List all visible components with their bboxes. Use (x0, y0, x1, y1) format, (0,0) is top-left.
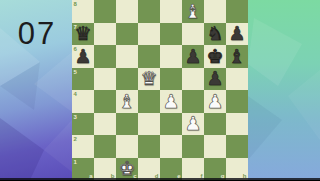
square-e4[interactable]: ♟ (160, 90, 182, 113)
square-d5[interactable]: ♛ (138, 68, 160, 91)
square-h7[interactable]: ♟ (226, 23, 248, 46)
square-b4[interactable] (94, 90, 116, 113)
square-h1[interactable]: h (226, 158, 248, 181)
square-f5[interactable] (182, 68, 204, 91)
square-h3[interactable] (226, 113, 248, 136)
piece-white-bishop-f8: ♝ (184, 2, 201, 21)
square-a7[interactable]: 7♛ (72, 23, 94, 46)
background-right-panel (248, 0, 320, 180)
rank-label-1: 1 (74, 159, 77, 165)
square-d2[interactable] (138, 135, 160, 158)
square-a4[interactable]: 4 (72, 90, 94, 113)
square-c5[interactable] (116, 68, 138, 91)
square-g3[interactable] (204, 113, 226, 136)
square-g5[interactable]: ♟ (204, 68, 226, 91)
piece-white-pawn-f3: ♟ (184, 114, 201, 133)
rank-label-4: 4 (74, 91, 77, 97)
piece-white-queen-d5: ♛ (140, 69, 157, 88)
square-b6[interactable] (94, 45, 116, 68)
square-c2[interactable] (116, 135, 138, 158)
square-b3[interactable] (94, 113, 116, 136)
square-f3[interactable]: ♟ (182, 113, 204, 136)
square-a1[interactable]: 1a (72, 158, 94, 181)
square-g6[interactable]: ♚ (204, 45, 226, 68)
square-d1[interactable]: d (138, 158, 160, 181)
square-d4[interactable] (138, 90, 160, 113)
right-lowpoly-facets (248, 0, 320, 180)
video-frame: 07 8♝7♛♞♟6♟♟♚♝5♛♟4♝♟♟3♟21abc♚defgh (0, 0, 320, 180)
chess-board: 8♝7♛♞♟6♟♟♚♝5♛♟4♝♟♟3♟21abc♚defgh (72, 0, 248, 180)
square-b5[interactable] (94, 68, 116, 91)
square-b7[interactable] (94, 23, 116, 46)
square-b8[interactable] (94, 0, 116, 23)
rank-label-6: 6 (74, 46, 77, 52)
square-e5[interactable] (160, 68, 182, 91)
piece-black-pawn-g5: ♟ (206, 69, 223, 88)
piece-black-bishop-h6: ♝ (228, 47, 245, 66)
square-g8[interactable] (204, 0, 226, 23)
puzzle-number: 07 (11, 18, 63, 49)
square-d7[interactable] (138, 23, 160, 46)
piece-white-pawn-g4: ♟ (206, 92, 223, 111)
square-a6[interactable]: 6♟ (72, 45, 94, 68)
square-c8[interactable] (116, 0, 138, 23)
square-c4[interactable]: ♝ (116, 90, 138, 113)
square-c1[interactable]: c♚ (116, 158, 138, 181)
piece-black-pawn-h7: ♟ (228, 24, 245, 43)
square-g1[interactable]: g (204, 158, 226, 181)
piece-black-king-g6: ♚ (206, 47, 223, 66)
square-f2[interactable] (182, 135, 204, 158)
piece-black-knight-g7: ♞ (206, 24, 223, 43)
square-g2[interactable] (204, 135, 226, 158)
square-g4[interactable]: ♟ (204, 90, 226, 113)
square-h8[interactable] (226, 0, 248, 23)
rank-label-5: 5 (74, 69, 77, 75)
square-d6[interactable] (138, 45, 160, 68)
square-a5[interactable]: 5 (72, 68, 94, 91)
square-d3[interactable] (138, 113, 160, 136)
piece-black-pawn-f6: ♟ (184, 47, 201, 66)
square-g7[interactable]: ♞ (204, 23, 226, 46)
square-e3[interactable] (160, 113, 182, 136)
square-e8[interactable] (160, 0, 182, 23)
square-b2[interactable] (94, 135, 116, 158)
square-d8[interactable] (138, 0, 160, 23)
bottom-edge-bar (0, 178, 320, 180)
square-a2[interactable]: 2 (72, 135, 94, 158)
piece-black-queen-a7: ♛ (74, 24, 91, 43)
square-a8[interactable]: 8 (72, 0, 94, 23)
square-h2[interactable] (226, 135, 248, 158)
piece-white-bishop-c4: ♝ (118, 92, 135, 111)
square-e1[interactable]: e (160, 158, 182, 181)
square-c7[interactable] (116, 23, 138, 46)
rank-label-2: 2 (74, 136, 77, 142)
square-h5[interactable] (226, 68, 248, 91)
square-e6[interactable] (160, 45, 182, 68)
rank-label-7: 7 (74, 24, 77, 30)
square-f6[interactable]: ♟ (182, 45, 204, 68)
square-f7[interactable] (182, 23, 204, 46)
rank-label-3: 3 (74, 114, 77, 120)
square-e2[interactable] (160, 135, 182, 158)
square-b1[interactable]: b (94, 158, 116, 181)
square-f1[interactable]: f (182, 158, 204, 181)
square-c3[interactable] (116, 113, 138, 136)
square-c6[interactable] (116, 45, 138, 68)
square-h6[interactable]: ♝ (226, 45, 248, 68)
square-a3[interactable]: 3 (72, 113, 94, 136)
square-f4[interactable] (182, 90, 204, 113)
square-h4[interactable] (226, 90, 248, 113)
square-f8[interactable]: ♝ (182, 0, 204, 23)
piece-white-pawn-e4: ♟ (162, 92, 179, 111)
piece-black-pawn-a6: ♟ (74, 47, 91, 66)
square-e7[interactable] (160, 23, 182, 46)
rank-label-8: 8 (74, 1, 77, 7)
